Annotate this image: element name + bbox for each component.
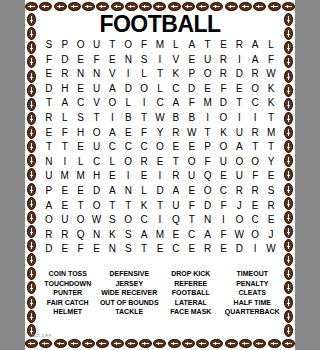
football-icon bbox=[284, 239, 293, 252]
grid-cell: S bbox=[41, 38, 57, 53]
grid-cell: E bbox=[73, 140, 89, 155]
grid-cell: R bbox=[168, 169, 184, 184]
grid-cell: E bbox=[168, 228, 184, 243]
grid-cell: E bbox=[184, 184, 200, 199]
grid-cell: I bbox=[200, 111, 216, 126]
grid-cell: H bbox=[73, 126, 89, 141]
grid-cell: I bbox=[216, 213, 232, 228]
grid-cell: E bbox=[184, 53, 200, 68]
grid-cell: M bbox=[57, 169, 73, 184]
word-list-item: TOUCHDOWN bbox=[38, 279, 98, 289]
grid-cell: A bbox=[57, 96, 73, 111]
grid-cell: O bbox=[216, 111, 232, 126]
grid-cell: E bbox=[263, 169, 279, 184]
grid-cell: T bbox=[152, 199, 168, 214]
grid-cell: D bbox=[200, 199, 216, 214]
football-icon bbox=[27, 310, 36, 323]
grid-cell: T bbox=[136, 242, 152, 257]
football-icon bbox=[39, 339, 52, 348]
grid-cell: D bbox=[152, 184, 168, 199]
word-list-item: LATERAL bbox=[161, 298, 221, 308]
grid-cell: O bbox=[120, 38, 136, 53]
grid-cell: J bbox=[231, 199, 247, 214]
grid-cell: O bbox=[73, 213, 89, 228]
grid-cell: P bbox=[184, 67, 200, 82]
grid-cell: A bbox=[247, 38, 263, 53]
football-icon bbox=[68, 339, 81, 348]
football-icon bbox=[27, 112, 36, 125]
football-icon bbox=[125, 339, 138, 348]
grid-cell: E bbox=[152, 242, 168, 257]
football-icon bbox=[225, 2, 238, 11]
grid-cell: A bbox=[184, 38, 200, 53]
grid-cell: M bbox=[152, 38, 168, 53]
grid-cell: R bbox=[41, 228, 57, 243]
grid-cell: H bbox=[57, 82, 73, 97]
grid-cell: S bbox=[120, 228, 136, 243]
grid-cell: N bbox=[89, 67, 105, 82]
grid-cell: E bbox=[41, 126, 57, 141]
football-icon bbox=[27, 126, 36, 139]
grid-cell: C bbox=[104, 140, 120, 155]
grid-cell: F bbox=[200, 155, 216, 170]
word-list-item: COIN TOSS bbox=[38, 269, 98, 279]
football-icon bbox=[182, 2, 195, 11]
grid-cell: C bbox=[247, 96, 263, 111]
grid-cell: F bbox=[136, 126, 152, 141]
grid-cell: C bbox=[168, 242, 184, 257]
football-icon bbox=[27, 239, 36, 252]
copyright-watermark: ©2022 JOER bbox=[28, 333, 52, 338]
grid-cell: O bbox=[247, 155, 263, 170]
football-icon bbox=[27, 140, 36, 153]
grid-cell: L bbox=[152, 82, 168, 97]
grid-cell: D bbox=[216, 96, 232, 111]
grid-cell: N bbox=[41, 155, 57, 170]
grid-cell: U bbox=[57, 213, 73, 228]
football-icon bbox=[284, 55, 293, 68]
grid-cell: R bbox=[247, 126, 263, 141]
grid-cell: R bbox=[200, 242, 216, 257]
grid-cell: U bbox=[89, 140, 105, 155]
grid-cell: T bbox=[263, 140, 279, 155]
word-list-item: CLEATS bbox=[223, 288, 283, 298]
football-icon bbox=[284, 225, 293, 238]
grid-cell: R bbox=[168, 126, 184, 141]
grid-cell: A bbox=[247, 53, 263, 68]
grid-cell: T bbox=[104, 38, 120, 53]
football-icon bbox=[96, 2, 109, 11]
grid-cell: A bbox=[200, 228, 216, 243]
football-icon bbox=[284, 112, 293, 125]
grid-cell: T bbox=[73, 199, 89, 214]
grid-cell: I bbox=[136, 96, 152, 111]
football-icon bbox=[284, 70, 293, 83]
football-icon bbox=[284, 168, 293, 181]
football-icon bbox=[27, 27, 36, 40]
grid-cell: L bbox=[136, 184, 152, 199]
grid-cell: C bbox=[120, 140, 136, 155]
grid-cell: N bbox=[120, 53, 136, 68]
word-list-item: PENALTY bbox=[223, 279, 283, 289]
grid-cell: R bbox=[247, 184, 263, 199]
grid-cell: O bbox=[89, 126, 105, 141]
football-icon bbox=[284, 267, 293, 280]
grid-cell: F bbox=[89, 53, 105, 68]
grid-cell: S bbox=[120, 242, 136, 257]
grid-cell: T bbox=[247, 140, 263, 155]
grid-cell: U bbox=[89, 38, 105, 53]
grid-cell: J bbox=[263, 228, 279, 243]
grid-cell: R bbox=[216, 67, 232, 82]
grid-cell: V bbox=[104, 67, 120, 82]
grid-cell: O bbox=[200, 67, 216, 82]
grid-cell: T bbox=[120, 199, 136, 214]
word-list-item: HELMET bbox=[38, 307, 98, 317]
grid-cell: T bbox=[89, 111, 105, 126]
grid-cell: E bbox=[184, 140, 200, 155]
football-icon bbox=[27, 55, 36, 68]
word-list-item: DEFENSIVE bbox=[100, 269, 160, 279]
grid-cell: U bbox=[168, 199, 184, 214]
letter-grid: SPOUTOFMLATERALFDEFENSIVEURIAFERNNVILTKP… bbox=[41, 38, 279, 257]
football-icon bbox=[284, 211, 293, 224]
football-icon bbox=[284, 296, 293, 309]
grid-cell: L bbox=[168, 38, 184, 53]
grid-cell: A bbox=[104, 184, 120, 199]
grid-cell: A bbox=[168, 96, 184, 111]
football-icon bbox=[196, 2, 209, 11]
football-icon bbox=[284, 183, 293, 196]
football-icon bbox=[253, 2, 266, 11]
football-icon bbox=[182, 339, 195, 348]
grid-cell: A bbox=[168, 184, 184, 199]
football-icon bbox=[111, 339, 124, 348]
grid-cell: U bbox=[216, 155, 232, 170]
football-icon bbox=[27, 168, 36, 181]
grid-cell: B bbox=[168, 111, 184, 126]
grid-cell: T bbox=[41, 140, 57, 155]
word-list-item: FAIR CATCH bbox=[38, 298, 98, 308]
grid-cell: I bbox=[231, 111, 247, 126]
football-icon bbox=[268, 2, 281, 11]
grid-cell: O bbox=[73, 38, 89, 53]
grid-cell: I bbox=[152, 169, 168, 184]
grid-cell: K bbox=[263, 82, 279, 97]
grid-cell: V bbox=[89, 96, 105, 111]
grid-cell: O bbox=[231, 155, 247, 170]
grid-cell: R bbox=[231, 184, 247, 199]
grid-cell: R bbox=[263, 199, 279, 214]
football-icon bbox=[239, 339, 252, 348]
grid-cell: F bbox=[184, 96, 200, 111]
football-icon bbox=[268, 339, 281, 348]
football-icon bbox=[27, 13, 36, 26]
football-icon bbox=[253, 339, 266, 348]
football-icon bbox=[210, 2, 223, 11]
football-icon bbox=[284, 154, 293, 167]
grid-cell: P bbox=[41, 184, 57, 199]
grid-cell: E bbox=[104, 53, 120, 68]
grid-cell: S bbox=[263, 184, 279, 199]
grid-cell: T bbox=[200, 38, 216, 53]
word-list-item: TACKLE bbox=[100, 307, 160, 317]
grid-cell: P bbox=[57, 38, 73, 53]
grid-cell: Y bbox=[152, 126, 168, 141]
grid-cell: I bbox=[120, 67, 136, 82]
football-icon bbox=[284, 41, 293, 54]
football-icon bbox=[284, 98, 293, 111]
grid-cell: E bbox=[152, 155, 168, 170]
grid-cell: L bbox=[263, 38, 279, 53]
grid-cell: T bbox=[231, 96, 247, 111]
grid-cell: L bbox=[104, 155, 120, 170]
grid-cell: F bbox=[184, 199, 200, 214]
worksheet-content: FOOTBALL SPOUTOFMLATERALFDEFENSIVEURIAFE… bbox=[38, 11, 282, 338]
grid-cell: T bbox=[152, 67, 168, 82]
football-icon bbox=[27, 183, 36, 196]
football-icon bbox=[125, 2, 138, 11]
grid-cell: F bbox=[216, 82, 232, 97]
grid-cell: C bbox=[168, 82, 184, 97]
football-icon bbox=[27, 225, 36, 238]
football-icon bbox=[96, 339, 109, 348]
grid-cell: D bbox=[231, 67, 247, 82]
grid-cell: E bbox=[57, 199, 73, 214]
grid-cell: I bbox=[104, 111, 120, 126]
football-icon bbox=[27, 197, 36, 210]
grid-cell: O bbox=[136, 82, 152, 97]
football-icon bbox=[68, 2, 81, 11]
grid-cell: W bbox=[184, 126, 200, 141]
grid-cell: O bbox=[41, 213, 57, 228]
grid-cell: B bbox=[120, 111, 136, 126]
grid-cell: E bbox=[120, 126, 136, 141]
grid-cell: O bbox=[231, 213, 247, 228]
grid-cell: D bbox=[41, 82, 57, 97]
football-icon bbox=[111, 2, 124, 11]
grid-cell: C bbox=[247, 213, 263, 228]
word-list-item: TIMEOUT bbox=[223, 269, 283, 279]
grid-cell: I bbox=[247, 242, 263, 257]
grid-cell: T bbox=[136, 111, 152, 126]
grid-cell: M bbox=[73, 169, 89, 184]
grid-cell: O bbox=[184, 155, 200, 170]
word-list-item: JERSEY bbox=[100, 279, 160, 289]
grid-cell: L bbox=[73, 155, 89, 170]
grid-cell: I bbox=[152, 53, 168, 68]
grid-cell: F bbox=[73, 242, 89, 257]
grid-cell: U bbox=[89, 82, 105, 97]
football-icon bbox=[282, 2, 295, 11]
word-search-worksheet: FOOTBALL SPOUTOFMLATERALFDEFENSIVEURIAFE… bbox=[25, 0, 295, 350]
grid-cell: A bbox=[104, 82, 120, 97]
grid-cell: E bbox=[184, 242, 200, 257]
word-list-item: HALF TIME bbox=[223, 298, 283, 308]
football-border-right bbox=[283, 13, 294, 337]
grid-cell: E bbox=[57, 242, 73, 257]
grid-cell: N bbox=[104, 242, 120, 257]
grid-cell: A bbox=[231, 140, 247, 155]
football-icon bbox=[239, 2, 252, 11]
grid-cell: O bbox=[120, 213, 136, 228]
page-title: FOOTBALL bbox=[38, 12, 282, 36]
grid-cell: M bbox=[263, 126, 279, 141]
grid-cell: U bbox=[231, 126, 247, 141]
football-icon bbox=[168, 339, 181, 348]
grid-cell: L bbox=[57, 111, 73, 126]
grid-cell: E bbox=[216, 169, 232, 184]
grid-cell: V bbox=[168, 53, 184, 68]
word-list-item: WIDE RECEIVER bbox=[100, 288, 160, 298]
grid-cell: W bbox=[152, 111, 168, 126]
grid-cell: R bbox=[247, 67, 263, 82]
grid-cell: C bbox=[152, 96, 168, 111]
grid-cell: I bbox=[120, 169, 136, 184]
football-icon bbox=[54, 339, 67, 348]
football-icon bbox=[284, 13, 293, 26]
grid-cell: T bbox=[200, 126, 216, 141]
grid-cell: I bbox=[57, 155, 73, 170]
word-list-item: DROP KICK bbox=[161, 269, 221, 279]
grid-cell: M bbox=[152, 228, 168, 243]
grid-cell: K bbox=[136, 199, 152, 214]
grid-cell: R bbox=[216, 53, 232, 68]
grid-cell: E bbox=[73, 53, 89, 68]
grid-cell: O bbox=[247, 82, 263, 97]
grid-cell: K bbox=[168, 67, 184, 82]
grid-cell: K bbox=[263, 96, 279, 111]
football-icon bbox=[27, 41, 36, 54]
grid-cell: E bbox=[247, 199, 263, 214]
word-list: COIN TOSSDEFENSIVEDROP KICKTIMEOUTTOUCHD… bbox=[38, 269, 282, 317]
football-icon bbox=[82, 339, 95, 348]
grid-cell: W bbox=[263, 67, 279, 82]
grid-cell: O bbox=[120, 155, 136, 170]
grid-cell: F bbox=[216, 228, 232, 243]
grid-cell: D bbox=[231, 242, 247, 257]
grid-cell: T bbox=[57, 140, 73, 155]
grid-cell: W bbox=[231, 228, 247, 243]
word-list-item: REFEREE bbox=[161, 279, 221, 289]
grid-cell: N bbox=[120, 184, 136, 199]
football-icon bbox=[210, 339, 223, 348]
football-icon bbox=[284, 27, 293, 40]
grid-cell: I bbox=[152, 213, 168, 228]
grid-cell: F bbox=[57, 126, 73, 141]
football-icon bbox=[225, 339, 238, 348]
grid-cell: E bbox=[216, 242, 232, 257]
grid-cell: A bbox=[136, 228, 152, 243]
grid-cell: B bbox=[184, 111, 200, 126]
word-list-item: PUNTER bbox=[38, 288, 98, 298]
grid-cell: T bbox=[184, 213, 200, 228]
football-icon bbox=[284, 197, 293, 210]
grid-cell: F bbox=[247, 169, 263, 184]
grid-cell: U bbox=[200, 53, 216, 68]
football-icon bbox=[25, 2, 38, 11]
grid-cell: S bbox=[136, 53, 152, 68]
grid-cell: E bbox=[57, 184, 73, 199]
grid-cell: F bbox=[41, 53, 57, 68]
grid-cell: C bbox=[89, 155, 105, 170]
football-icon bbox=[284, 310, 293, 323]
grid-cell: R bbox=[136, 155, 152, 170]
grid-cell: F bbox=[136, 38, 152, 53]
word-list-item: FACE MASK bbox=[161, 307, 221, 317]
grid-cell: N bbox=[200, 213, 216, 228]
grid-cell: T bbox=[263, 111, 279, 126]
grid-cell: Q bbox=[73, 228, 89, 243]
grid-cell: A bbox=[41, 199, 57, 214]
football-icon bbox=[196, 339, 209, 348]
word-list-item: OUT OF BOUNDS bbox=[100, 298, 160, 308]
grid-cell: N bbox=[73, 67, 89, 82]
grid-cell: L bbox=[136, 67, 152, 82]
grid-cell: O bbox=[104, 96, 120, 111]
football-icon bbox=[27, 267, 36, 280]
football-icon bbox=[25, 339, 38, 348]
grid-cell: Y bbox=[263, 155, 279, 170]
football-icon bbox=[139, 2, 152, 11]
grid-cell: T bbox=[104, 199, 120, 214]
grid-cell: E bbox=[216, 38, 232, 53]
football-icon bbox=[27, 98, 36, 111]
football-icon bbox=[27, 281, 36, 294]
football-icon bbox=[284, 324, 293, 337]
football-icon bbox=[39, 2, 52, 11]
grid-cell: P bbox=[200, 140, 216, 155]
grid-cell: A bbox=[104, 126, 120, 141]
football-icon bbox=[153, 2, 166, 11]
football-border-left bbox=[26, 13, 37, 337]
grid-cell: Q bbox=[200, 169, 216, 184]
football-icon bbox=[27, 84, 36, 97]
grid-cell: C bbox=[136, 213, 152, 228]
grid-cell: D bbox=[89, 184, 105, 199]
football-icon bbox=[168, 2, 181, 11]
grid-cell: O bbox=[247, 228, 263, 243]
grid-cell: C bbox=[73, 96, 89, 111]
grid-cell: O bbox=[200, 184, 216, 199]
grid-cell: Q bbox=[168, 213, 184, 228]
grid-cell: E bbox=[136, 169, 152, 184]
football-icon bbox=[27, 253, 36, 266]
grid-cell: K bbox=[104, 228, 120, 243]
grid-cell: E bbox=[104, 169, 120, 184]
football-icon bbox=[282, 339, 295, 348]
grid-cell: U bbox=[184, 169, 200, 184]
grid-cell: C bbox=[184, 228, 200, 243]
grid-cell: M bbox=[200, 96, 216, 111]
grid-cell: W bbox=[263, 242, 279, 257]
grid-cell: O bbox=[152, 140, 168, 155]
football-icon bbox=[82, 2, 95, 11]
grid-cell: E bbox=[73, 184, 89, 199]
football-icon bbox=[284, 140, 293, 153]
grid-cell: E bbox=[168, 140, 184, 155]
grid-cell: S bbox=[104, 213, 120, 228]
grid-cell: I bbox=[247, 111, 263, 126]
football-border-bottom bbox=[25, 338, 295, 349]
football-icon bbox=[284, 84, 293, 97]
grid-cell: R bbox=[57, 228, 73, 243]
grid-cell: F bbox=[263, 53, 279, 68]
grid-cell: C bbox=[136, 140, 152, 155]
grid-cell: U bbox=[41, 169, 57, 184]
football-icon bbox=[27, 70, 36, 83]
grid-cell: L bbox=[120, 96, 136, 111]
